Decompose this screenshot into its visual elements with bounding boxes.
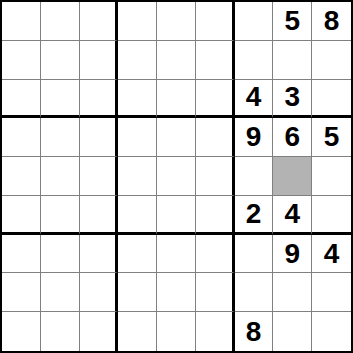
cell-r6c9[interactable] (312, 196, 351, 235)
cell-r4c7[interactable]: 9 (235, 118, 274, 157)
cell-r7c6[interactable] (196, 235, 235, 274)
cell-r2c8[interactable] (273, 41, 312, 80)
cell-r1c6[interactable] (196, 2, 235, 41)
cell-r1c4[interactable] (118, 2, 157, 41)
cell-r1c3[interactable] (80, 2, 119, 41)
cell-r1c1[interactable] (2, 2, 41, 41)
cell-r2c7[interactable] (235, 41, 274, 80)
cell-r2c2[interactable] (41, 41, 80, 80)
cell-r3c6[interactable] (196, 80, 235, 119)
cell-r4c8[interactable]: 6 (273, 118, 312, 157)
cell-r8c4[interactable] (118, 273, 157, 312)
cell-r5c2[interactable] (41, 157, 80, 196)
cell-r5c9[interactable] (312, 157, 351, 196)
cell-r1c9[interactable]: 8 (312, 2, 351, 41)
cell-r8c1[interactable] (2, 273, 41, 312)
cell-r2c9[interactable] (312, 41, 351, 80)
cell-r7c5[interactable] (157, 235, 196, 274)
cell-r9c4[interactable] (118, 312, 157, 351)
cell-r1c2[interactable] (41, 2, 80, 41)
cell-r6c8[interactable]: 4 (273, 196, 312, 235)
cell-r1c5[interactable] (157, 2, 196, 41)
sudoku-board: 584396524948 (0, 0, 353, 353)
cell-r6c4[interactable] (118, 196, 157, 235)
cell-r5c7[interactable] (235, 157, 274, 196)
cell-r3c9[interactable] (312, 80, 351, 119)
cell-r8c2[interactable] (41, 273, 80, 312)
cell-r9c9[interactable] (312, 312, 351, 351)
cell-r4c9[interactable]: 5 (312, 118, 351, 157)
cell-r3c7[interactable]: 4 (235, 80, 274, 119)
cell-r9c6[interactable] (196, 312, 235, 351)
cell-r8c7[interactable] (235, 273, 274, 312)
cell-r4c6[interactable] (196, 118, 235, 157)
cell-r8c6[interactable] (196, 273, 235, 312)
cell-r7c1[interactable] (2, 235, 41, 274)
cell-r6c6[interactable] (196, 196, 235, 235)
cell-r9c5[interactable] (157, 312, 196, 351)
cell-r6c2[interactable] (41, 196, 80, 235)
cell-r4c2[interactable] (41, 118, 80, 157)
cell-r2c4[interactable] (118, 41, 157, 80)
cell-r3c4[interactable] (118, 80, 157, 119)
cell-r5c1[interactable] (2, 157, 41, 196)
sudoku-puzzle: 584396524948 (0, 0, 353, 353)
cell-r7c4[interactable] (118, 235, 157, 274)
cell-r3c2[interactable] (41, 80, 80, 119)
cell-r9c8[interactable] (273, 312, 312, 351)
cell-r6c5[interactable] (157, 196, 196, 235)
cell-r8c3[interactable] (80, 273, 119, 312)
cell-r8c9[interactable] (312, 273, 351, 312)
cell-r7c3[interactable] (80, 235, 119, 274)
cell-r5c4[interactable] (118, 157, 157, 196)
cell-r4c5[interactable] (157, 118, 196, 157)
cell-r2c1[interactable] (2, 41, 41, 80)
cell-r7c9[interactable]: 4 (312, 235, 351, 274)
cell-r7c7[interactable] (235, 235, 274, 274)
cell-r9c7[interactable]: 8 (235, 312, 274, 351)
cell-r3c3[interactable] (80, 80, 119, 119)
cell-r3c5[interactable] (157, 80, 196, 119)
cell-r9c3[interactable] (80, 312, 119, 351)
cell-r4c1[interactable] (2, 118, 41, 157)
cell-r9c2[interactable] (41, 312, 80, 351)
cell-r2c5[interactable] (157, 41, 196, 80)
cell-r9c1[interactable] (2, 312, 41, 351)
cell-r7c2[interactable] (41, 235, 80, 274)
cell-r2c3[interactable] (80, 41, 119, 80)
cell-r6c1[interactable] (2, 196, 41, 235)
cell-r3c8[interactable]: 3 (273, 80, 312, 119)
cell-r5c8[interactable] (273, 157, 312, 196)
cell-r4c4[interactable] (118, 118, 157, 157)
cell-r6c3[interactable] (80, 196, 119, 235)
cell-r7c8[interactable]: 9 (273, 235, 312, 274)
cell-r8c5[interactable] (157, 273, 196, 312)
cell-r5c6[interactable] (196, 157, 235, 196)
cell-r3c1[interactable] (2, 80, 41, 119)
cell-r8c8[interactable] (273, 273, 312, 312)
cell-r2c6[interactable] (196, 41, 235, 80)
cell-r4c3[interactable] (80, 118, 119, 157)
cell-r5c5[interactable] (157, 157, 196, 196)
cell-r1c8[interactable]: 5 (273, 2, 312, 41)
cell-r1c7[interactable] (235, 2, 274, 41)
cell-r6c7[interactable]: 2 (235, 196, 274, 235)
cell-r5c3[interactable] (80, 157, 119, 196)
